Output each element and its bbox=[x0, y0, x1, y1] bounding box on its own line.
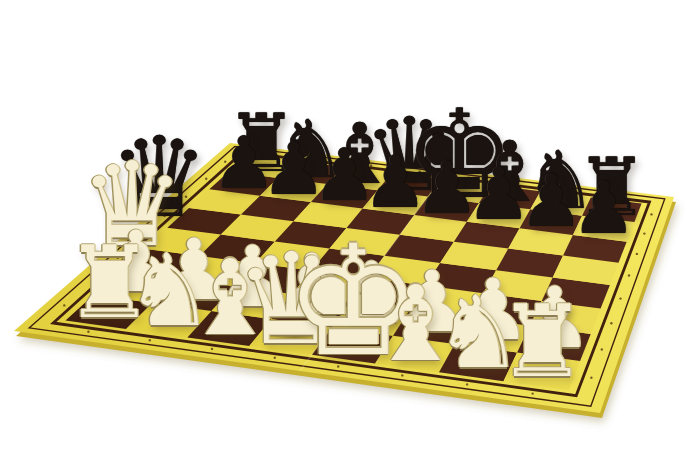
border-tick bbox=[643, 232, 645, 234]
border-tick bbox=[466, 383, 468, 385]
chess-board bbox=[0, 0, 700, 460]
border-tick bbox=[205, 178, 207, 180]
chess-set-photo: ♜♞♝♛♚♝♞♜♟♟♟♟♟♟♟♟♟♟♟♟♟♟♟♟♜♞♝♛♚♝♞♜♛♛ bbox=[0, 0, 700, 460]
border-tick bbox=[87, 331, 89, 333]
border-tick bbox=[617, 195, 619, 197]
border-tick bbox=[601, 348, 603, 350]
border-tick bbox=[274, 357, 276, 359]
border-tick bbox=[163, 215, 165, 217]
border-tick bbox=[567, 189, 569, 191]
border-tick bbox=[322, 159, 324, 161]
border-tick bbox=[337, 365, 339, 367]
border-tick bbox=[401, 374, 403, 376]
border-tick bbox=[468, 176, 470, 178]
border-tick bbox=[185, 196, 187, 198]
border-tick bbox=[211, 348, 213, 350]
border-tick bbox=[419, 170, 421, 172]
border-tick bbox=[117, 257, 119, 259]
border-tick bbox=[628, 274, 630, 276]
border-tick bbox=[141, 235, 143, 237]
border-tick bbox=[619, 297, 621, 299]
border-tick bbox=[590, 377, 592, 379]
border-tick bbox=[91, 280, 93, 282]
border-tick bbox=[517, 182, 519, 184]
border-tick bbox=[636, 253, 638, 255]
border-tick bbox=[610, 322, 612, 324]
border-tick bbox=[532, 392, 534, 394]
border-tick bbox=[274, 153, 276, 155]
border-tick bbox=[224, 161, 226, 163]
border-tick bbox=[149, 339, 151, 341]
border-tick bbox=[370, 165, 372, 167]
border-tick bbox=[63, 304, 65, 306]
border-tick bbox=[650, 213, 652, 215]
